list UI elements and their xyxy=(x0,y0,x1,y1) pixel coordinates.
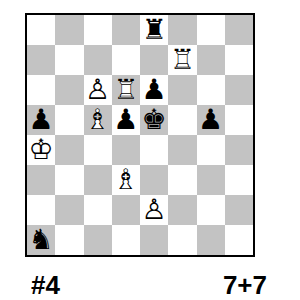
square-h6[interactable] xyxy=(225,75,253,105)
square-f1[interactable] xyxy=(168,225,196,255)
square-c4[interactable] xyxy=(84,135,112,165)
black-pawn: ♟ xyxy=(113,106,138,134)
stipulation-label: #4 xyxy=(31,270,60,300)
square-e5[interactable]: ♚ xyxy=(140,105,168,135)
square-h7[interactable] xyxy=(225,45,253,75)
square-c7[interactable] xyxy=(84,45,112,75)
square-c5[interactable]: ♝♗ xyxy=(84,105,112,135)
square-a5[interactable]: ♟ xyxy=(27,105,55,135)
square-b5[interactable] xyxy=(55,105,83,135)
piece-count-label: 7+7 xyxy=(223,270,267,300)
square-d7[interactable] xyxy=(112,45,140,75)
square-h2[interactable] xyxy=(225,195,253,225)
square-d4[interactable] xyxy=(112,135,140,165)
square-c6[interactable]: ♟♙ xyxy=(84,75,112,105)
square-b4[interactable] xyxy=(55,135,83,165)
white-bishop: ♝♗ xyxy=(113,166,138,194)
square-a7[interactable] xyxy=(27,45,55,75)
square-g1[interactable] xyxy=(197,225,225,255)
black-pawn: ♟ xyxy=(198,106,223,134)
square-b7[interactable] xyxy=(55,45,83,75)
white-pawn: ♟♙ xyxy=(85,76,110,104)
white-rook: ♜♖ xyxy=(113,76,138,104)
square-e1[interactable] xyxy=(140,225,168,255)
black-knight: ♞ xyxy=(29,226,54,254)
square-g5[interactable]: ♟ xyxy=(197,105,225,135)
square-f7[interactable]: ♜♖ xyxy=(168,45,196,75)
square-d5[interactable]: ♟ xyxy=(112,105,140,135)
square-f4[interactable] xyxy=(168,135,196,165)
square-a6[interactable] xyxy=(27,75,55,105)
square-e6[interactable]: ♟ xyxy=(140,75,168,105)
square-g8[interactable] xyxy=(197,15,225,45)
black-rook: ♜ xyxy=(142,16,167,44)
square-g6[interactable] xyxy=(197,75,225,105)
square-e4[interactable] xyxy=(140,135,168,165)
square-g4[interactable] xyxy=(197,135,225,165)
white-king: ♚♔ xyxy=(29,136,54,164)
square-a2[interactable] xyxy=(27,195,55,225)
square-h8[interactable] xyxy=(225,15,253,45)
square-c3[interactable] xyxy=(84,165,112,195)
square-a4[interactable]: ♚♔ xyxy=(27,135,55,165)
square-a1[interactable]: ♞ xyxy=(27,225,55,255)
square-f2[interactable] xyxy=(168,195,196,225)
square-h4[interactable] xyxy=(225,135,253,165)
square-f5[interactable] xyxy=(168,105,196,135)
white-pawn: ♟♙ xyxy=(142,196,167,224)
square-h3[interactable] xyxy=(225,165,253,195)
square-e8[interactable]: ♜ xyxy=(140,15,168,45)
square-f3[interactable] xyxy=(168,165,196,195)
square-d3[interactable]: ♝♗ xyxy=(112,165,140,195)
square-a3[interactable] xyxy=(27,165,55,195)
square-f6[interactable] xyxy=(168,75,196,105)
square-d8[interactable] xyxy=(112,15,140,45)
square-b2[interactable] xyxy=(55,195,83,225)
square-h1[interactable] xyxy=(225,225,253,255)
square-b6[interactable] xyxy=(55,75,83,105)
square-a8[interactable] xyxy=(27,15,55,45)
black-pawn: ♟ xyxy=(142,76,167,104)
square-g2[interactable] xyxy=(197,195,225,225)
square-f8[interactable] xyxy=(168,15,196,45)
square-b8[interactable] xyxy=(55,15,83,45)
square-c2[interactable] xyxy=(84,195,112,225)
square-d2[interactable] xyxy=(112,195,140,225)
white-bishop: ♝♗ xyxy=(85,106,110,134)
square-e7[interactable] xyxy=(140,45,168,75)
chess-board: ♜♜♖♟♙♜♖♟♟♝♗♟♚♟♚♔♝♗♟♙♞ xyxy=(25,13,255,257)
square-e2[interactable]: ♟♙ xyxy=(140,195,168,225)
square-d1[interactable] xyxy=(112,225,140,255)
square-c8[interactable] xyxy=(84,15,112,45)
square-d6[interactable]: ♜♖ xyxy=(112,75,140,105)
black-king: ♚ xyxy=(142,106,167,134)
square-h5[interactable] xyxy=(225,105,253,135)
white-rook: ♜♖ xyxy=(170,46,195,74)
square-g3[interactable] xyxy=(197,165,225,195)
square-b1[interactable] xyxy=(55,225,83,255)
square-c1[interactable] xyxy=(84,225,112,255)
black-pawn: ♟ xyxy=(29,106,54,134)
square-b3[interactable] xyxy=(55,165,83,195)
square-g7[interactable] xyxy=(197,45,225,75)
square-e3[interactable] xyxy=(140,165,168,195)
